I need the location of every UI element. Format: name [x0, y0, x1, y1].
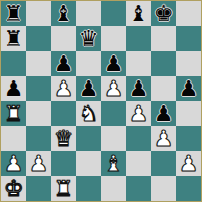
square-a8[interactable]: ♜ [1, 1, 26, 26]
black-rook-a8: ♜ [4, 1, 24, 26]
square-g6[interactable] [151, 51, 176, 76]
white-rook-c1: ♜ [54, 176, 74, 201]
square-b5[interactable] [26, 76, 51, 101]
chess-board: ♜♝♝♚♜♛♟♟♟♟♟♟♟♟♜♞♟♟♛♟♟♟♝♟♚♜ [0, 0, 202, 202]
square-h7[interactable] [176, 26, 201, 51]
white-pawn-a2: ♟ [4, 151, 24, 176]
square-b8[interactable] [26, 1, 51, 26]
square-e5[interactable]: ♟ [101, 76, 126, 101]
white-king-a1: ♚ [4, 176, 24, 201]
square-g1[interactable] [151, 176, 176, 201]
square-f8[interactable]: ♝ [126, 1, 151, 26]
square-g4[interactable]: ♟ [151, 101, 176, 126]
square-d2[interactable] [76, 151, 101, 176]
square-c2[interactable] [51, 151, 76, 176]
black-pawn-h5: ♟ [179, 76, 199, 101]
white-queen-c3: ♛ [54, 126, 74, 151]
square-d7[interactable]: ♛ [76, 26, 101, 51]
square-e8[interactable] [101, 1, 126, 26]
square-b7[interactable] [26, 26, 51, 51]
white-pawn-f4: ♟ [129, 101, 149, 126]
square-e3[interactable] [101, 126, 126, 151]
square-h1[interactable] [176, 176, 201, 201]
black-queen-d7: ♛ [79, 26, 99, 51]
square-a1[interactable]: ♚ [1, 176, 26, 201]
square-a2[interactable]: ♟ [1, 151, 26, 176]
square-h2[interactable]: ♟ [176, 151, 201, 176]
square-b1[interactable] [26, 176, 51, 201]
white-pawn-e5: ♟ [104, 76, 124, 101]
square-a3[interactable] [1, 126, 26, 151]
square-e7[interactable] [101, 26, 126, 51]
square-e1[interactable] [101, 176, 126, 201]
square-d5[interactable]: ♟ [76, 76, 101, 101]
square-g7[interactable] [151, 26, 176, 51]
square-c8[interactable]: ♝ [51, 1, 76, 26]
square-f5[interactable]: ♟ [126, 76, 151, 101]
square-h5[interactable]: ♟ [176, 76, 201, 101]
square-c7[interactable] [51, 26, 76, 51]
square-b4[interactable] [26, 101, 51, 126]
square-h3[interactable] [176, 126, 201, 151]
square-f2[interactable] [126, 151, 151, 176]
square-f6[interactable] [126, 51, 151, 76]
square-d3[interactable] [76, 126, 101, 151]
square-g2[interactable] [151, 151, 176, 176]
square-d4[interactable]: ♞ [76, 101, 101, 126]
black-pawn-f5: ♟ [129, 76, 149, 101]
square-c5[interactable]: ♟ [51, 76, 76, 101]
square-d6[interactable] [76, 51, 101, 76]
square-g8[interactable]: ♚ [151, 1, 176, 26]
black-bishop-c8: ♝ [54, 1, 74, 26]
white-pawn-b2: ♟ [29, 151, 49, 176]
square-g5[interactable] [151, 76, 176, 101]
square-d8[interactable] [76, 1, 101, 26]
white-pawn-c5: ♟ [54, 76, 74, 101]
black-pawn-c6: ♟ [54, 51, 74, 76]
black-rook-a7: ♜ [4, 26, 24, 51]
square-c4[interactable] [51, 101, 76, 126]
square-f1[interactable] [126, 176, 151, 201]
black-king-g8: ♚ [154, 1, 174, 26]
square-a7[interactable]: ♜ [1, 26, 26, 51]
square-e4[interactable] [101, 101, 126, 126]
square-h8[interactable] [176, 1, 201, 26]
square-c6[interactable]: ♟ [51, 51, 76, 76]
white-pawn-h2: ♟ [179, 151, 199, 176]
black-pawn-a5: ♟ [4, 76, 24, 101]
white-bishop-e2: ♝ [104, 151, 124, 176]
square-e6[interactable]: ♟ [101, 51, 126, 76]
square-b6[interactable] [26, 51, 51, 76]
square-h6[interactable] [176, 51, 201, 76]
square-c3[interactable]: ♛ [51, 126, 76, 151]
square-g3[interactable]: ♟ [151, 126, 176, 151]
black-pawn-e6: ♟ [104, 51, 124, 76]
square-f4[interactable]: ♟ [126, 101, 151, 126]
white-rook-a4: ♜ [4, 101, 24, 126]
square-d1[interactable] [76, 176, 101, 201]
black-bishop-f8: ♝ [129, 1, 149, 26]
white-knight-d4: ♞ [79, 101, 99, 126]
square-b3[interactable] [26, 126, 51, 151]
square-a6[interactable] [1, 51, 26, 76]
black-pawn-g4: ♟ [154, 101, 174, 126]
square-a4[interactable]: ♜ [1, 101, 26, 126]
square-a5[interactable]: ♟ [1, 76, 26, 101]
black-pawn-d5: ♟ [79, 76, 99, 101]
square-f7[interactable] [126, 26, 151, 51]
square-c1[interactable]: ♜ [51, 176, 76, 201]
white-pawn-g3: ♟ [154, 126, 174, 151]
square-e2[interactable]: ♝ [101, 151, 126, 176]
square-b2[interactable]: ♟ [26, 151, 51, 176]
square-f3[interactable] [126, 126, 151, 151]
square-h4[interactable] [176, 101, 201, 126]
